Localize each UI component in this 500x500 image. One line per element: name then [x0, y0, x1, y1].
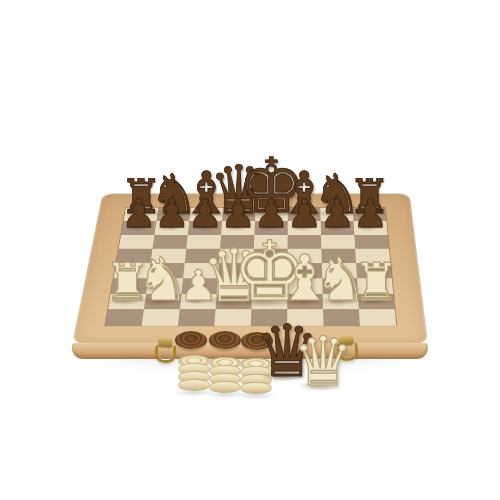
- piece-black-pawn-h7: ♟: [353, 194, 388, 233]
- brass-latch-left: [154, 338, 177, 367]
- latch-loop-icon: [154, 345, 176, 364]
- piece-white-queen-spare: ♛: [293, 328, 354, 396]
- piece-black-pawn-a7: ♟: [121, 194, 156, 233]
- piece-black-pawn-b7: ♟: [154, 194, 189, 233]
- piece-black-pawn-g7: ♟: [320, 194, 355, 233]
- checker-light-stack: [210, 357, 241, 393]
- checker-light-stack: [179, 355, 210, 391]
- piece-white-rook-h2: ♜: [353, 257, 400, 309]
- product-photo-stage: ♜♞♝♛♚♝♞♜♟♟♟♟♟♟♟♟♜♞♟♛♚♝♞♜ ♛♛: [0, 0, 500, 500]
- checker-dark-flat: [209, 331, 241, 349]
- piece-black-pawn-c7: ♟: [187, 194, 222, 233]
- checker-dark-flat: [175, 331, 207, 349]
